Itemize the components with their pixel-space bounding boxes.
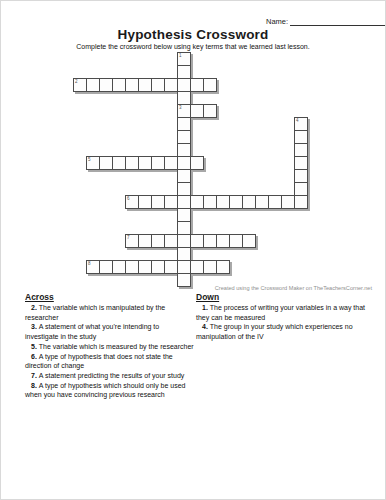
crossword-grid: 12345678 xyxy=(73,52,307,286)
cell-number: 1 xyxy=(179,53,182,58)
grid-cell[interactable] xyxy=(190,104,204,118)
grid-cell[interactable] xyxy=(151,260,165,274)
grid-cell[interactable] xyxy=(138,156,152,170)
grid-cell[interactable] xyxy=(177,247,191,261)
grid-cell[interactable] xyxy=(151,78,165,92)
grid-cell[interactable] xyxy=(112,260,126,274)
grid-cell[interactable] xyxy=(99,260,113,274)
grid-cell[interactable] xyxy=(125,260,139,274)
clue-number: 1. xyxy=(202,304,210,311)
clue-item: 3. A statement of what you're intending … xyxy=(25,322,194,341)
worksheet-page: Name: Hypothesis Crossword Complete the … xyxy=(0,0,386,500)
grid-cell[interactable] xyxy=(138,195,152,209)
grid-cell[interactable] xyxy=(151,234,165,248)
grid-cell[interactable] xyxy=(294,182,308,196)
grid-cell[interactable] xyxy=(138,234,152,248)
grid-cell[interactable] xyxy=(216,260,230,274)
clue-item: 5. The variable which is measured by the… xyxy=(25,342,194,352)
clue-item: 7. A statement predicting the results of… xyxy=(25,371,194,381)
clue-number: 4. xyxy=(202,323,210,330)
grid-cell[interactable] xyxy=(112,78,126,92)
grid-cell[interactable] xyxy=(242,234,256,248)
grid-cell[interactable] xyxy=(138,260,152,274)
grid-cell[interactable] xyxy=(177,234,191,248)
grid-cell[interactable] xyxy=(177,143,191,157)
grid-cell[interactable] xyxy=(164,260,178,274)
grid-cell[interactable] xyxy=(112,156,126,170)
name-row: Name: xyxy=(266,17,386,26)
grid-cell[interactable] xyxy=(177,78,191,92)
grid-cell[interactable] xyxy=(177,91,191,105)
clue-item: 6. A type of hypothesis that does not st… xyxy=(25,352,194,371)
cell-number: 7 xyxy=(127,235,130,240)
clue-number: 6. xyxy=(31,353,39,360)
grid-cell[interactable] xyxy=(177,130,191,144)
grid-cell[interactable] xyxy=(151,156,165,170)
grid-cell[interactable] xyxy=(268,195,282,209)
grid-cell[interactable] xyxy=(177,195,191,209)
name-label: Name: xyxy=(266,17,288,26)
grid-cell[interactable]: 1 xyxy=(177,52,191,66)
grid-cell[interactable] xyxy=(216,234,230,248)
grid-cell[interactable] xyxy=(203,104,217,118)
down-clues: 1. The process of writing your variables… xyxy=(196,303,377,342)
cell-number: 4 xyxy=(296,118,299,123)
grid-cell[interactable] xyxy=(177,156,191,170)
clue-number: 5. xyxy=(31,343,39,350)
grid-cell[interactable] xyxy=(190,156,204,170)
grid-cell[interactable]: 5 xyxy=(86,156,100,170)
grid-cell[interactable] xyxy=(216,195,230,209)
name-line[interactable] xyxy=(290,17,386,26)
clue-number: 2. xyxy=(31,304,39,311)
grid-cell[interactable] xyxy=(177,169,191,183)
grid-cell[interactable] xyxy=(203,195,217,209)
clue-number: 7. xyxy=(31,372,39,379)
cell-number: 5 xyxy=(88,157,91,162)
grid-cell[interactable] xyxy=(125,156,139,170)
grid-cell[interactable] xyxy=(255,195,269,209)
grid-cell[interactable]: 4 xyxy=(294,117,308,131)
cell-number: 2 xyxy=(75,79,78,84)
grid-cell[interactable] xyxy=(177,208,191,222)
grid-cell[interactable] xyxy=(138,78,152,92)
grid-cell[interactable] xyxy=(203,234,217,248)
grid-cell[interactable] xyxy=(294,143,308,157)
grid-cell[interactable] xyxy=(203,260,217,274)
page-subtitle: Complete the crossword below using key t… xyxy=(1,43,385,50)
grid-cell[interactable] xyxy=(190,260,204,274)
grid-cell[interactable] xyxy=(86,78,100,92)
grid-cell[interactable] xyxy=(177,221,191,235)
grid-cell[interactable] xyxy=(125,78,139,92)
clue-item: 8. A type of hypothesis which should onl… xyxy=(25,381,194,400)
grid-cell[interactable]: 2 xyxy=(73,78,87,92)
across-section: Across 2. The variable which is manipula… xyxy=(25,292,194,400)
grid-cell[interactable] xyxy=(294,130,308,144)
down-heading: Down xyxy=(196,292,377,302)
grid-cell[interactable] xyxy=(164,195,178,209)
grid-cell[interactable] xyxy=(242,195,256,209)
cell-number: 3 xyxy=(179,105,182,110)
clue-item: 2. The variable which is manipulated by … xyxy=(25,303,194,322)
grid-cell[interactable] xyxy=(229,234,243,248)
down-section: Down 1. The process of writing your vari… xyxy=(196,292,377,342)
credit-line: Created using the Crossword Maker on The… xyxy=(215,285,372,291)
grid-cell[interactable] xyxy=(294,156,308,170)
grid-cell[interactable] xyxy=(99,156,113,170)
grid-cell[interactable] xyxy=(177,65,191,79)
across-heading: Across xyxy=(25,292,194,302)
grid-cell[interactable] xyxy=(294,195,308,209)
grid-cell[interactable] xyxy=(190,78,204,92)
clue-item: 1. The process of writing your variables… xyxy=(196,303,377,322)
grid-cell[interactable] xyxy=(190,234,204,248)
grid-cell[interactable] xyxy=(177,273,191,287)
grid-cell[interactable] xyxy=(190,195,204,209)
grid-cell[interactable] xyxy=(151,195,165,209)
cell-number: 6 xyxy=(127,196,130,201)
grid-cell[interactable] xyxy=(164,156,178,170)
grid-cell[interactable] xyxy=(294,169,308,183)
across-clues: 2. The variable which is manipulated by … xyxy=(25,303,194,400)
grid-cell[interactable] xyxy=(99,78,113,92)
page-title: Hypothesis Crossword xyxy=(1,27,385,42)
grid-cell[interactable] xyxy=(164,78,178,92)
grid-cell[interactable] xyxy=(281,195,295,209)
grid-cell[interactable] xyxy=(203,78,217,92)
cell-number: 8 xyxy=(88,261,91,266)
grid-cell[interactable]: 8 xyxy=(86,260,100,274)
clue-item: 4. The group in your study which experie… xyxy=(196,322,377,341)
grid-cell[interactable] xyxy=(177,260,191,274)
grid-cell[interactable]: 6 xyxy=(125,195,139,209)
grid-cell[interactable] xyxy=(177,117,191,131)
grid-cell[interactable] xyxy=(164,234,178,248)
grid-cell[interactable]: 3 xyxy=(177,104,191,118)
grid-cell[interactable]: 7 xyxy=(125,234,139,248)
grid-cell[interactable] xyxy=(177,182,191,196)
clue-number: 8. xyxy=(31,382,39,389)
grid-cell[interactable] xyxy=(229,195,243,209)
clue-number: 3. xyxy=(31,323,39,330)
